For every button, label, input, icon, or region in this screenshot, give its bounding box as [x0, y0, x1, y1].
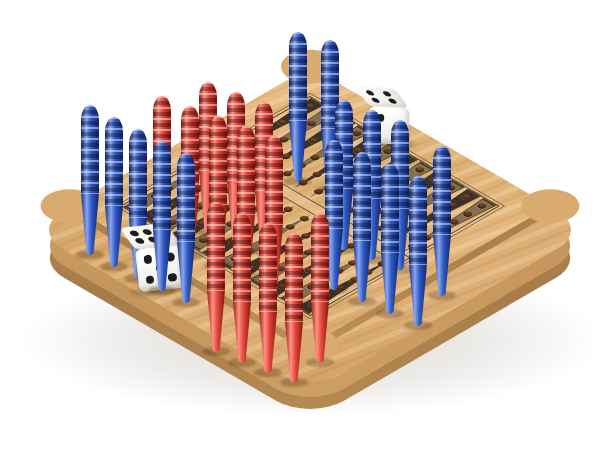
- peg-red-point12-1[interactable]: [207, 202, 225, 352]
- peg-tapered-tip: [153, 230, 171, 292]
- peg-tapered-tip: [289, 121, 307, 183]
- peg-ribbed-section: [265, 136, 283, 226]
- die-top-face: [355, 86, 410, 108]
- peg-tapered-tip: [105, 206, 123, 268]
- peg-blue-point6-3[interactable]: [381, 164, 399, 314]
- peg-tapered-tip: [207, 291, 225, 353]
- peg-ribbed-section: [409, 176, 427, 266]
- die-pip: [141, 229, 153, 235]
- peg-red-point12-4[interactable]: [285, 233, 303, 383]
- peg-blue-point13-1[interactable]: [81, 105, 99, 255]
- peg-ribbed-section: [285, 233, 303, 323]
- peg-tapered-tip: [311, 302, 329, 364]
- die-pip: [365, 90, 376, 96]
- peg-ribbed-section: [311, 213, 329, 303]
- peg-ribbed-section: [237, 126, 255, 216]
- scene: [0, 0, 610, 460]
- peg-tapered-tip: [409, 265, 427, 327]
- peg-ribbed-section: [259, 223, 277, 313]
- peg-blue-point13-4[interactable]: [153, 141, 171, 291]
- peg-ribbed-section: [105, 117, 123, 207]
- peg-red-point12-3[interactable]: [259, 223, 277, 373]
- peg-ribbed-section: [177, 153, 195, 243]
- die-pip: [134, 238, 146, 244]
- peg-ribbed-section: [81, 105, 99, 195]
- die-pip: [370, 98, 381, 104]
- peg-red-point12-2[interactable]: [233, 213, 251, 363]
- peg-ribbed-section: [129, 129, 147, 219]
- peg-blue-point6-4[interactable]: [409, 176, 427, 326]
- peg-tapered-tip: [177, 242, 195, 304]
- peg-red-point12-5[interactable]: [311, 213, 329, 363]
- peg-tapered-tip: [433, 235, 451, 297]
- peg-ribbed-section: [153, 141, 171, 231]
- peg-ribbed-section: [353, 152, 371, 242]
- peg-tapered-tip: [353, 241, 371, 303]
- peg-blue-point6-5[interactable]: [433, 146, 451, 296]
- peg-blue-point13-5[interactable]: [177, 153, 195, 303]
- die-pip: [388, 99, 399, 105]
- peg-ribbed-section: [381, 164, 399, 254]
- peg-ribbed-section: [207, 202, 225, 292]
- peg-ribbed-section: [433, 146, 451, 236]
- peg-tapered-tip: [381, 253, 399, 315]
- peg-tapered-tip: [285, 322, 303, 384]
- die-pip: [143, 254, 152, 263]
- peg-blue-point13-2[interactable]: [105, 117, 123, 267]
- die-pip: [382, 91, 393, 97]
- peg-tapered-tip: [233, 302, 251, 364]
- peg-tapered-tip: [81, 194, 99, 256]
- pieces-overlay: [0, 0, 610, 460]
- peg-ribbed-section: [289, 32, 307, 122]
- peg-tapered-tip: [259, 312, 277, 374]
- die-pip: [128, 231, 140, 237]
- peg-blue-point24-1[interactable]: [289, 32, 307, 182]
- peg-ribbed-section: [209, 116, 227, 206]
- peg-blue-point6-2[interactable]: [353, 152, 371, 302]
- peg-ribbed-section: [233, 213, 251, 303]
